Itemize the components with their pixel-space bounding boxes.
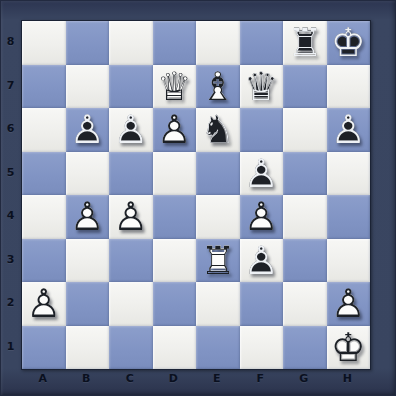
black-pawn-outline: ♙	[66, 108, 110, 152]
file-label-g: G	[282, 369, 326, 387]
white-pawn-outline: ♙	[66, 195, 110, 239]
square-g6[interactable]	[283, 108, 327, 152]
black-pawn[interactable]: ♟♙	[240, 152, 284, 196]
square-b7[interactable]	[66, 65, 110, 109]
square-e6[interactable]: ♞♘	[196, 108, 240, 152]
file-label-a: A	[21, 369, 65, 387]
black-rook-outline: ♖	[283, 21, 327, 65]
white-rook-outline: ♖	[196, 239, 240, 283]
square-a4[interactable]	[22, 195, 66, 239]
file-label-e: E	[195, 369, 239, 387]
white-pawn-outline: ♙	[109, 195, 153, 239]
square-h4[interactable]	[327, 195, 371, 239]
square-e2[interactable]	[196, 282, 240, 326]
square-h7[interactable]	[327, 65, 371, 109]
black-king[interactable]: ♚♔	[327, 21, 371, 65]
white-pawn-outline: ♙	[240, 195, 284, 239]
square-g5[interactable]	[283, 152, 327, 196]
square-a8[interactable]	[22, 21, 66, 65]
square-f1[interactable]	[240, 326, 284, 370]
square-b1[interactable]	[66, 326, 110, 370]
rank-label-2: 2	[0, 281, 21, 325]
rank-label-1: 1	[0, 325, 21, 369]
white-pawn[interactable]: ♟♙	[109, 195, 153, 239]
square-a3[interactable]	[22, 239, 66, 283]
white-pawn-outline: ♙	[327, 282, 371, 326]
square-b2[interactable]	[66, 282, 110, 326]
square-d4[interactable]	[153, 195, 197, 239]
square-e3[interactable]: ♜♖	[196, 239, 240, 283]
square-c2[interactable]	[109, 282, 153, 326]
square-b4[interactable]: ♟♙	[66, 195, 110, 239]
white-pawn[interactable]: ♟♙	[66, 195, 110, 239]
white-queen[interactable]: ♛♕	[153, 65, 197, 109]
square-c1[interactable]	[109, 326, 153, 370]
square-a1[interactable]	[22, 326, 66, 370]
square-h1[interactable]: ♚♔	[327, 326, 371, 370]
white-bishop-outline: ♗	[196, 65, 240, 109]
black-pawn[interactable]: ♟♙	[109, 108, 153, 152]
square-a5[interactable]	[22, 152, 66, 196]
square-e4[interactable]	[196, 195, 240, 239]
file-label-d: D	[152, 369, 196, 387]
square-e7[interactable]: ♝♗	[196, 65, 240, 109]
square-g4[interactable]	[283, 195, 327, 239]
square-d5[interactable]	[153, 152, 197, 196]
file-label-f: F	[239, 369, 283, 387]
white-pawn-outline: ♙	[153, 108, 197, 152]
square-f6[interactable]	[240, 108, 284, 152]
rank-label-4: 4	[0, 194, 21, 238]
square-g8[interactable]: ♜♖	[283, 21, 327, 65]
square-f3[interactable]: ♟♙	[240, 239, 284, 283]
square-a6[interactable]	[22, 108, 66, 152]
black-queen-outline: ♕	[240, 65, 284, 109]
black-pawn-outline: ♙	[240, 239, 284, 283]
square-c8[interactable]	[109, 21, 153, 65]
white-queen-outline: ♕	[153, 65, 197, 109]
black-pawn[interactable]: ♟♙	[327, 108, 371, 152]
square-c5[interactable]	[109, 152, 153, 196]
white-bishop[interactable]: ♝♗	[196, 65, 240, 109]
square-g7[interactable]	[283, 65, 327, 109]
rank-label-8: 8	[0, 20, 21, 64]
white-rook[interactable]: ♜♖	[196, 239, 240, 283]
black-pawn-outline: ♙	[327, 108, 371, 152]
square-d2[interactable]	[153, 282, 197, 326]
rank-label-7: 7	[0, 64, 21, 108]
square-e5[interactable]	[196, 152, 240, 196]
square-d3[interactable]	[153, 239, 197, 283]
square-e1[interactable]	[196, 326, 240, 370]
black-pawn-outline: ♙	[109, 108, 153, 152]
square-f2[interactable]	[240, 282, 284, 326]
square-g1[interactable]	[283, 326, 327, 370]
black-knight-outline: ♘	[196, 108, 240, 152]
black-pawn[interactable]: ♟♙	[66, 108, 110, 152]
square-g3[interactable]	[283, 239, 327, 283]
square-b8[interactable]	[66, 21, 110, 65]
square-f5[interactable]: ♟♙	[240, 152, 284, 196]
file-label-b: B	[65, 369, 109, 387]
black-knight[interactable]: ♞♘	[196, 108, 240, 152]
square-b6[interactable]: ♟♙	[66, 108, 110, 152]
black-rook[interactable]: ♜♖	[283, 21, 327, 65]
square-d8[interactable]	[153, 21, 197, 65]
square-h8[interactable]: ♚♔	[327, 21, 371, 65]
square-e8[interactable]	[196, 21, 240, 65]
white-pawn[interactable]: ♟♙	[240, 195, 284, 239]
square-b3[interactable]	[66, 239, 110, 283]
square-h6[interactable]: ♟♙	[327, 108, 371, 152]
black-queen[interactable]: ♛♕	[240, 65, 284, 109]
square-f7[interactable]: ♛♕	[240, 65, 284, 109]
square-h5[interactable]	[327, 152, 371, 196]
white-pawn[interactable]: ♟♙	[327, 282, 371, 326]
white-pawn[interactable]: ♟♙	[153, 108, 197, 152]
rank-label-5: 5	[0, 151, 21, 195]
square-h2[interactable]: ♟♙	[327, 282, 371, 326]
square-a7[interactable]	[22, 65, 66, 109]
square-c7[interactable]	[109, 65, 153, 109]
rank-labels: 87654321	[0, 20, 21, 368]
rank-label-6: 6	[0, 107, 21, 151]
square-h3[interactable]	[327, 239, 371, 283]
square-f4[interactable]: ♟♙	[240, 195, 284, 239]
square-a2[interactable]: ♟♙	[22, 282, 66, 326]
file-labels: ABCDEFGH	[21, 369, 369, 387]
file-label-c: C	[108, 369, 152, 387]
white-king[interactable]: ♚♔	[327, 326, 371, 370]
black-pawn-outline: ♙	[240, 152, 284, 196]
square-g2[interactable]	[283, 282, 327, 326]
square-c4[interactable]: ♟♙	[109, 195, 153, 239]
square-c3[interactable]	[109, 239, 153, 283]
file-label-h: H	[326, 369, 370, 387]
square-d7[interactable]: ♛♕	[153, 65, 197, 109]
white-king-outline: ♔	[327, 326, 371, 370]
square-b5[interactable]	[66, 152, 110, 196]
black-king-outline: ♔	[327, 21, 371, 65]
square-d1[interactable]	[153, 326, 197, 370]
chess-board: ♜♖♚♔♛♕♝♗♛♕♟♙♟♙♟♙♞♘♟♙♟♙♟♙♟♙♟♙♜♖♟♙♟♙♟♙♚♔	[21, 20, 371, 370]
square-c6[interactable]: ♟♙	[109, 108, 153, 152]
white-pawn-outline: ♙	[22, 282, 66, 326]
rank-label-3: 3	[0, 238, 21, 282]
square-f8[interactable]	[240, 21, 284, 65]
square-d6[interactable]: ♟♙	[153, 108, 197, 152]
white-pawn[interactable]: ♟♙	[22, 282, 66, 326]
board-frame: ♜♖♚♔♛♕♝♗♛♕♟♙♟♙♟♙♞♘♟♙♟♙♟♙♟♙♟♙♜♖♟♙♟♙♟♙♚♔ 8…	[0, 0, 396, 396]
black-pawn[interactable]: ♟♙	[240, 239, 284, 283]
